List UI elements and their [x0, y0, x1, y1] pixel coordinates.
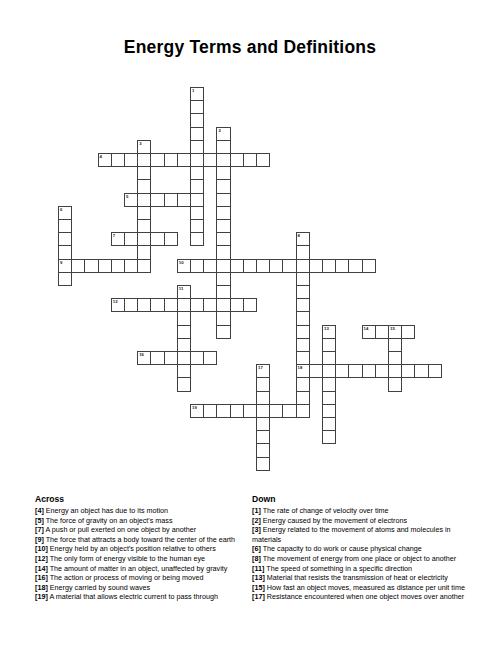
grid-cell[interactable] [137, 193, 151, 207]
grid-cell[interactable] [137, 259, 151, 273]
clue-number: [17] [252, 592, 265, 601]
grid-cell[interactable] [203, 153, 217, 167]
grid-cell[interactable] [322, 404, 336, 418]
grid-cell[interactable]: 1 [190, 87, 204, 101]
grid-cell[interactable] [177, 298, 191, 312]
clue-number: [1] [252, 506, 261, 515]
grid-cell[interactable] [296, 298, 310, 312]
grid-cell[interactable] [309, 259, 323, 273]
clue-item: [1] The rate of change of velocity over … [252, 506, 471, 516]
across-header: Across [35, 494, 249, 504]
grid-cell[interactable] [322, 351, 336, 365]
grid-cell[interactable] [296, 325, 310, 339]
clue-number: [14] [35, 564, 48, 573]
grid-cell[interactable] [296, 311, 310, 325]
clue-number: [19] [35, 592, 48, 601]
grid-cell[interactable] [309, 364, 323, 378]
clue-item: [5] The force of gravity on an object's … [35, 516, 249, 526]
grid-cell[interactable] [177, 193, 191, 207]
cell-number: 18 [298, 365, 303, 370]
clue-item: [9] The force that attracts a body towar… [35, 535, 249, 545]
clue-item: [6] The capacity to do work or cause phy… [252, 544, 471, 554]
grid-cell[interactable] [322, 364, 336, 378]
grid-cell[interactable] [216, 206, 230, 220]
clue-number: [13] [252, 573, 265, 582]
grid-cell[interactable] [216, 325, 230, 339]
clue-item: [15] How fast an object moves, measured … [252, 583, 471, 593]
grid-cell[interactable]: 7 [111, 232, 125, 246]
down-clues-section: Down [1] The rate of change of velocity … [252, 494, 471, 602]
cell-number: 2 [218, 128, 220, 133]
clue-number: [3] [252, 525, 261, 534]
across-clues-section: Across [4] Energy an object has due to i… [35, 494, 249, 602]
grid-cell[interactable] [243, 259, 257, 273]
grid-cell[interactable]: 16 [137, 351, 151, 365]
grid-cell[interactable] [388, 377, 402, 391]
clue-number: [10] [35, 544, 48, 553]
grid-cell[interactable] [203, 259, 217, 273]
clue-item: [17] Resistance encountered when one obj… [252, 592, 471, 602]
grid-cell[interactable] [243, 298, 257, 312]
grid-cell[interactable] [362, 259, 376, 273]
cell-number: 10 [179, 260, 184, 265]
clue-number: [16] [35, 573, 48, 582]
grid-cell[interactable] [111, 259, 125, 273]
grid-cell[interactable] [335, 259, 349, 273]
grid-cell[interactable] [164, 232, 178, 246]
grid-cell[interactable] [216, 404, 230, 418]
grid-cell[interactable]: 15 [388, 325, 402, 339]
grid-cell[interactable]: 19 [190, 404, 204, 418]
grid-cell[interactable] [190, 179, 204, 193]
cell-number: 3 [139, 141, 141, 146]
grid-cell[interactable] [111, 153, 125, 167]
clue-item: [12] The only form of energy visible to … [35, 554, 249, 564]
cell-number: 14 [364, 326, 369, 331]
grid-cell[interactable] [296, 338, 310, 352]
clue-item: [10] Energy held by an object's position… [35, 544, 249, 554]
grid-cell[interactable] [269, 404, 283, 418]
clue-number: [4] [35, 506, 44, 515]
grid-cell[interactable] [256, 404, 270, 418]
grid-cell[interactable] [58, 272, 72, 286]
grid-cell[interactable] [190, 206, 204, 220]
clue-number: [5] [35, 516, 44, 525]
grid-cell[interactable] [282, 259, 296, 273]
grid-cell[interactable]: 18 [296, 364, 310, 378]
grid-cell[interactable] [216, 232, 230, 246]
grid-cell[interactable] [216, 311, 230, 325]
clue-item: [14] The amount of matter in an object, … [35, 564, 249, 574]
grid-cell[interactable] [190, 219, 204, 233]
grid-cell[interactable] [296, 391, 310, 405]
grid-cell[interactable] [216, 285, 230, 299]
crossword-grid: 12345697818101112131415161719 [58, 87, 442, 471]
grid-cell[interactable] [137, 232, 151, 246]
grid-cell[interactable] [362, 364, 376, 378]
across-clue-list: [4] Energy an object has due to its moti… [35, 506, 249, 602]
clue-item: [13] Material that resists the transmiss… [252, 573, 471, 583]
grid-cell[interactable] [256, 430, 270, 444]
grid-cell[interactable] [190, 127, 204, 141]
grid-cell[interactable] [322, 391, 336, 405]
clue-item: [8] The movement of energy from one plac… [252, 554, 471, 564]
grid-cell[interactable] [177, 311, 191, 325]
grid-cell[interactable] [216, 153, 230, 167]
cell-number: 7 [113, 233, 115, 238]
grid-cell[interactable] [375, 325, 389, 339]
grid-cell[interactable] [190, 259, 204, 273]
clue-item: [18] Energy carried by sound waves [35, 583, 249, 593]
grid-cell[interactable] [177, 338, 191, 352]
clue-item: [16] The action or process of moving or … [35, 573, 249, 583]
grid-cell[interactable] [84, 259, 98, 273]
grid-cell[interactable] [203, 351, 217, 365]
grid-cell[interactable] [256, 417, 270, 431]
grid-cell[interactable] [348, 259, 362, 273]
cell-number: 5 [126, 194, 128, 199]
cell-number: 4 [100, 154, 102, 159]
grid-cell[interactable] [98, 259, 112, 273]
cell-number: 17 [258, 365, 263, 370]
clue-item: [4] Energy an object has due to its moti… [35, 506, 249, 516]
cell-number: 11 [179, 286, 184, 291]
grid-cell[interactable] [190, 351, 204, 365]
clue-number: [12] [35, 554, 48, 563]
grid-cell[interactable] [150, 153, 164, 167]
grid-cell[interactable] [177, 325, 191, 339]
grid-cell[interactable] [401, 364, 415, 378]
clue-number: [15] [252, 583, 265, 592]
grid-cell[interactable] [216, 219, 230, 233]
clue-item: [19] A material that allows electric cur… [35, 592, 249, 602]
grid-cell[interactable] [150, 193, 164, 207]
grid-cell[interactable]: 17 [256, 364, 270, 378]
cell-number: 8 [298, 233, 300, 238]
grid-cell[interactable] [388, 338, 402, 352]
grid-cell[interactable] [216, 166, 230, 180]
grid-cell[interactable] [190, 153, 204, 167]
grid-cell[interactable] [269, 259, 283, 273]
grid-cell[interactable] [388, 364, 402, 378]
grid-cell[interactable]: 8 [296, 232, 310, 246]
grid-cell[interactable] [322, 259, 336, 273]
grid-cell[interactable]: 11 [177, 285, 191, 299]
grid-cell[interactable]: 2 [216, 127, 230, 141]
cell-number: 9 [60, 260, 62, 265]
grid-cell[interactable] [216, 259, 230, 273]
grid-cell[interactable] [256, 377, 270, 391]
grid-cell[interactable]: 9 [58, 259, 72, 273]
grid-cell[interactable]: 14 [362, 325, 376, 339]
grid-cell[interactable] [164, 298, 178, 312]
clue-item: [11] The speed of something in a specifi… [252, 564, 471, 574]
grid-cell[interactable] [256, 259, 270, 273]
grid-cell[interactable]: 4 [98, 153, 112, 167]
grid-cell[interactable] [124, 232, 138, 246]
grid-cell[interactable] [216, 245, 230, 259]
grid-cell[interactable]: 5 [124, 193, 138, 207]
grid-cell[interactable] [71, 259, 85, 273]
grid-cell[interactable] [243, 404, 257, 418]
grid-cell[interactable] [230, 404, 244, 418]
grid-cell[interactable] [296, 404, 310, 418]
puzzle-title: Energy Terms and Definitions [0, 37, 500, 58]
grid-cell[interactable] [388, 351, 402, 365]
clue-item: [2] Energy caused by the movement of ele… [252, 516, 471, 526]
grid-cell[interactable]: 3 [137, 140, 151, 154]
cell-number: 15 [390, 326, 395, 331]
grid-cell[interactable] [296, 285, 310, 299]
grid-cell[interactable]: 12 [111, 298, 125, 312]
grid-cell[interactable] [216, 272, 230, 286]
grid-cell[interactable] [335, 364, 349, 378]
grid-cell[interactable] [137, 206, 151, 220]
grid-cell[interactable]: 6 [58, 206, 72, 220]
grid-cell[interactable] [322, 417, 336, 431]
cell-number: 13 [324, 326, 329, 331]
grid-cell[interactable] [150, 351, 164, 365]
cell-number: 12 [113, 299, 118, 304]
clue-number: [11] [252, 564, 264, 573]
grid-cell[interactable] [164, 153, 178, 167]
grid-cell[interactable] [428, 364, 442, 378]
grid-cell[interactable] [322, 377, 336, 391]
grid-cell[interactable] [190, 113, 204, 127]
grid-cell[interactable] [137, 179, 151, 193]
grid-cell[interactable] [177, 364, 191, 378]
clue-number: [18] [35, 583, 48, 592]
down-header: Down [252, 494, 471, 504]
grid-cell[interactable] [177, 377, 191, 391]
grid-cell[interactable] [322, 338, 336, 352]
grid-cell[interactable] [137, 245, 151, 259]
crossword-page: Energy Terms and Definitions 12345697818… [0, 0, 500, 647]
grid-cell[interactable] [137, 219, 151, 233]
cell-number: 19 [192, 405, 197, 410]
grid-cell[interactable] [190, 193, 204, 207]
grid-cell[interactable] [375, 364, 389, 378]
cell-number: 1 [192, 88, 194, 93]
grid-cell[interactable] [401, 325, 415, 339]
grid-cell[interactable] [124, 259, 138, 273]
clue-item: [3] Energy related to the movement of at… [252, 525, 471, 544]
clue-item: [7] A push or pull exerted on one object… [35, 525, 249, 535]
grid-cell[interactable] [216, 179, 230, 193]
grid-cell[interactable] [137, 166, 151, 180]
grid-cell[interactable] [177, 351, 191, 365]
grid-cell[interactable]: 10 [177, 259, 191, 273]
cell-number: 6 [60, 207, 62, 212]
grid-cell[interactable] [150, 232, 164, 246]
grid-cell[interactable] [190, 298, 204, 312]
grid-cell[interactable] [348, 364, 362, 378]
clue-number: [7] [35, 525, 44, 534]
grid-cell[interactable] [203, 298, 217, 312]
grid-cell[interactable] [282, 404, 296, 418]
grid-cell[interactable] [414, 364, 428, 378]
clue-number: [8] [252, 554, 261, 563]
clue-number: [2] [252, 516, 261, 525]
grid-cell[interactable] [296, 377, 310, 391]
grid-cell[interactable] [58, 232, 72, 246]
grid-cell[interactable] [296, 351, 310, 365]
grid-cell[interactable] [137, 298, 151, 312]
grid-cell[interactable] [216, 193, 230, 207]
grid-cell[interactable] [230, 153, 244, 167]
down-clue-list: [1] The rate of change of velocity over … [252, 506, 471, 602]
cell-number: 16 [139, 352, 144, 357]
grid-cell[interactable] [322, 430, 336, 444]
clue-number: [9] [35, 535, 44, 544]
clue-number: [6] [252, 544, 261, 553]
grid-cell[interactable] [58, 219, 72, 233]
grid-cell[interactable] [256, 153, 270, 167]
grid-cell[interactable] [256, 391, 270, 405]
grid-cell[interactable] [296, 272, 310, 286]
grid-cell[interactable] [256, 443, 270, 457]
grid-cell[interactable] [190, 166, 204, 180]
grid-cell[interactable] [296, 259, 310, 273]
grid-cell[interactable] [190, 100, 204, 114]
grid-cell[interactable] [124, 298, 138, 312]
grid-cell[interactable] [230, 298, 244, 312]
grid-cell[interactable] [164, 193, 178, 207]
grid-cell[interactable] [190, 232, 204, 246]
grid-cell[interactable] [243, 153, 257, 167]
grid-cell[interactable] [256, 457, 270, 471]
grid-cell[interactable] [58, 245, 72, 259]
grid-cell[interactable] [203, 404, 217, 418]
grid-cell[interactable]: 13 [322, 325, 336, 339]
grid-cell[interactable] [296, 245, 310, 259]
grid-cell[interactable] [124, 153, 138, 167]
grid-cell[interactable] [190, 140, 204, 154]
grid-cell[interactable] [216, 298, 230, 312]
grid-cell[interactable] [177, 153, 191, 167]
grid-cell[interactable] [216, 140, 230, 154]
grid-cell[interactable] [137, 153, 151, 167]
grid-cell[interactable] [164, 351, 178, 365]
grid-cell[interactable] [150, 298, 164, 312]
grid-cell[interactable] [230, 259, 244, 273]
